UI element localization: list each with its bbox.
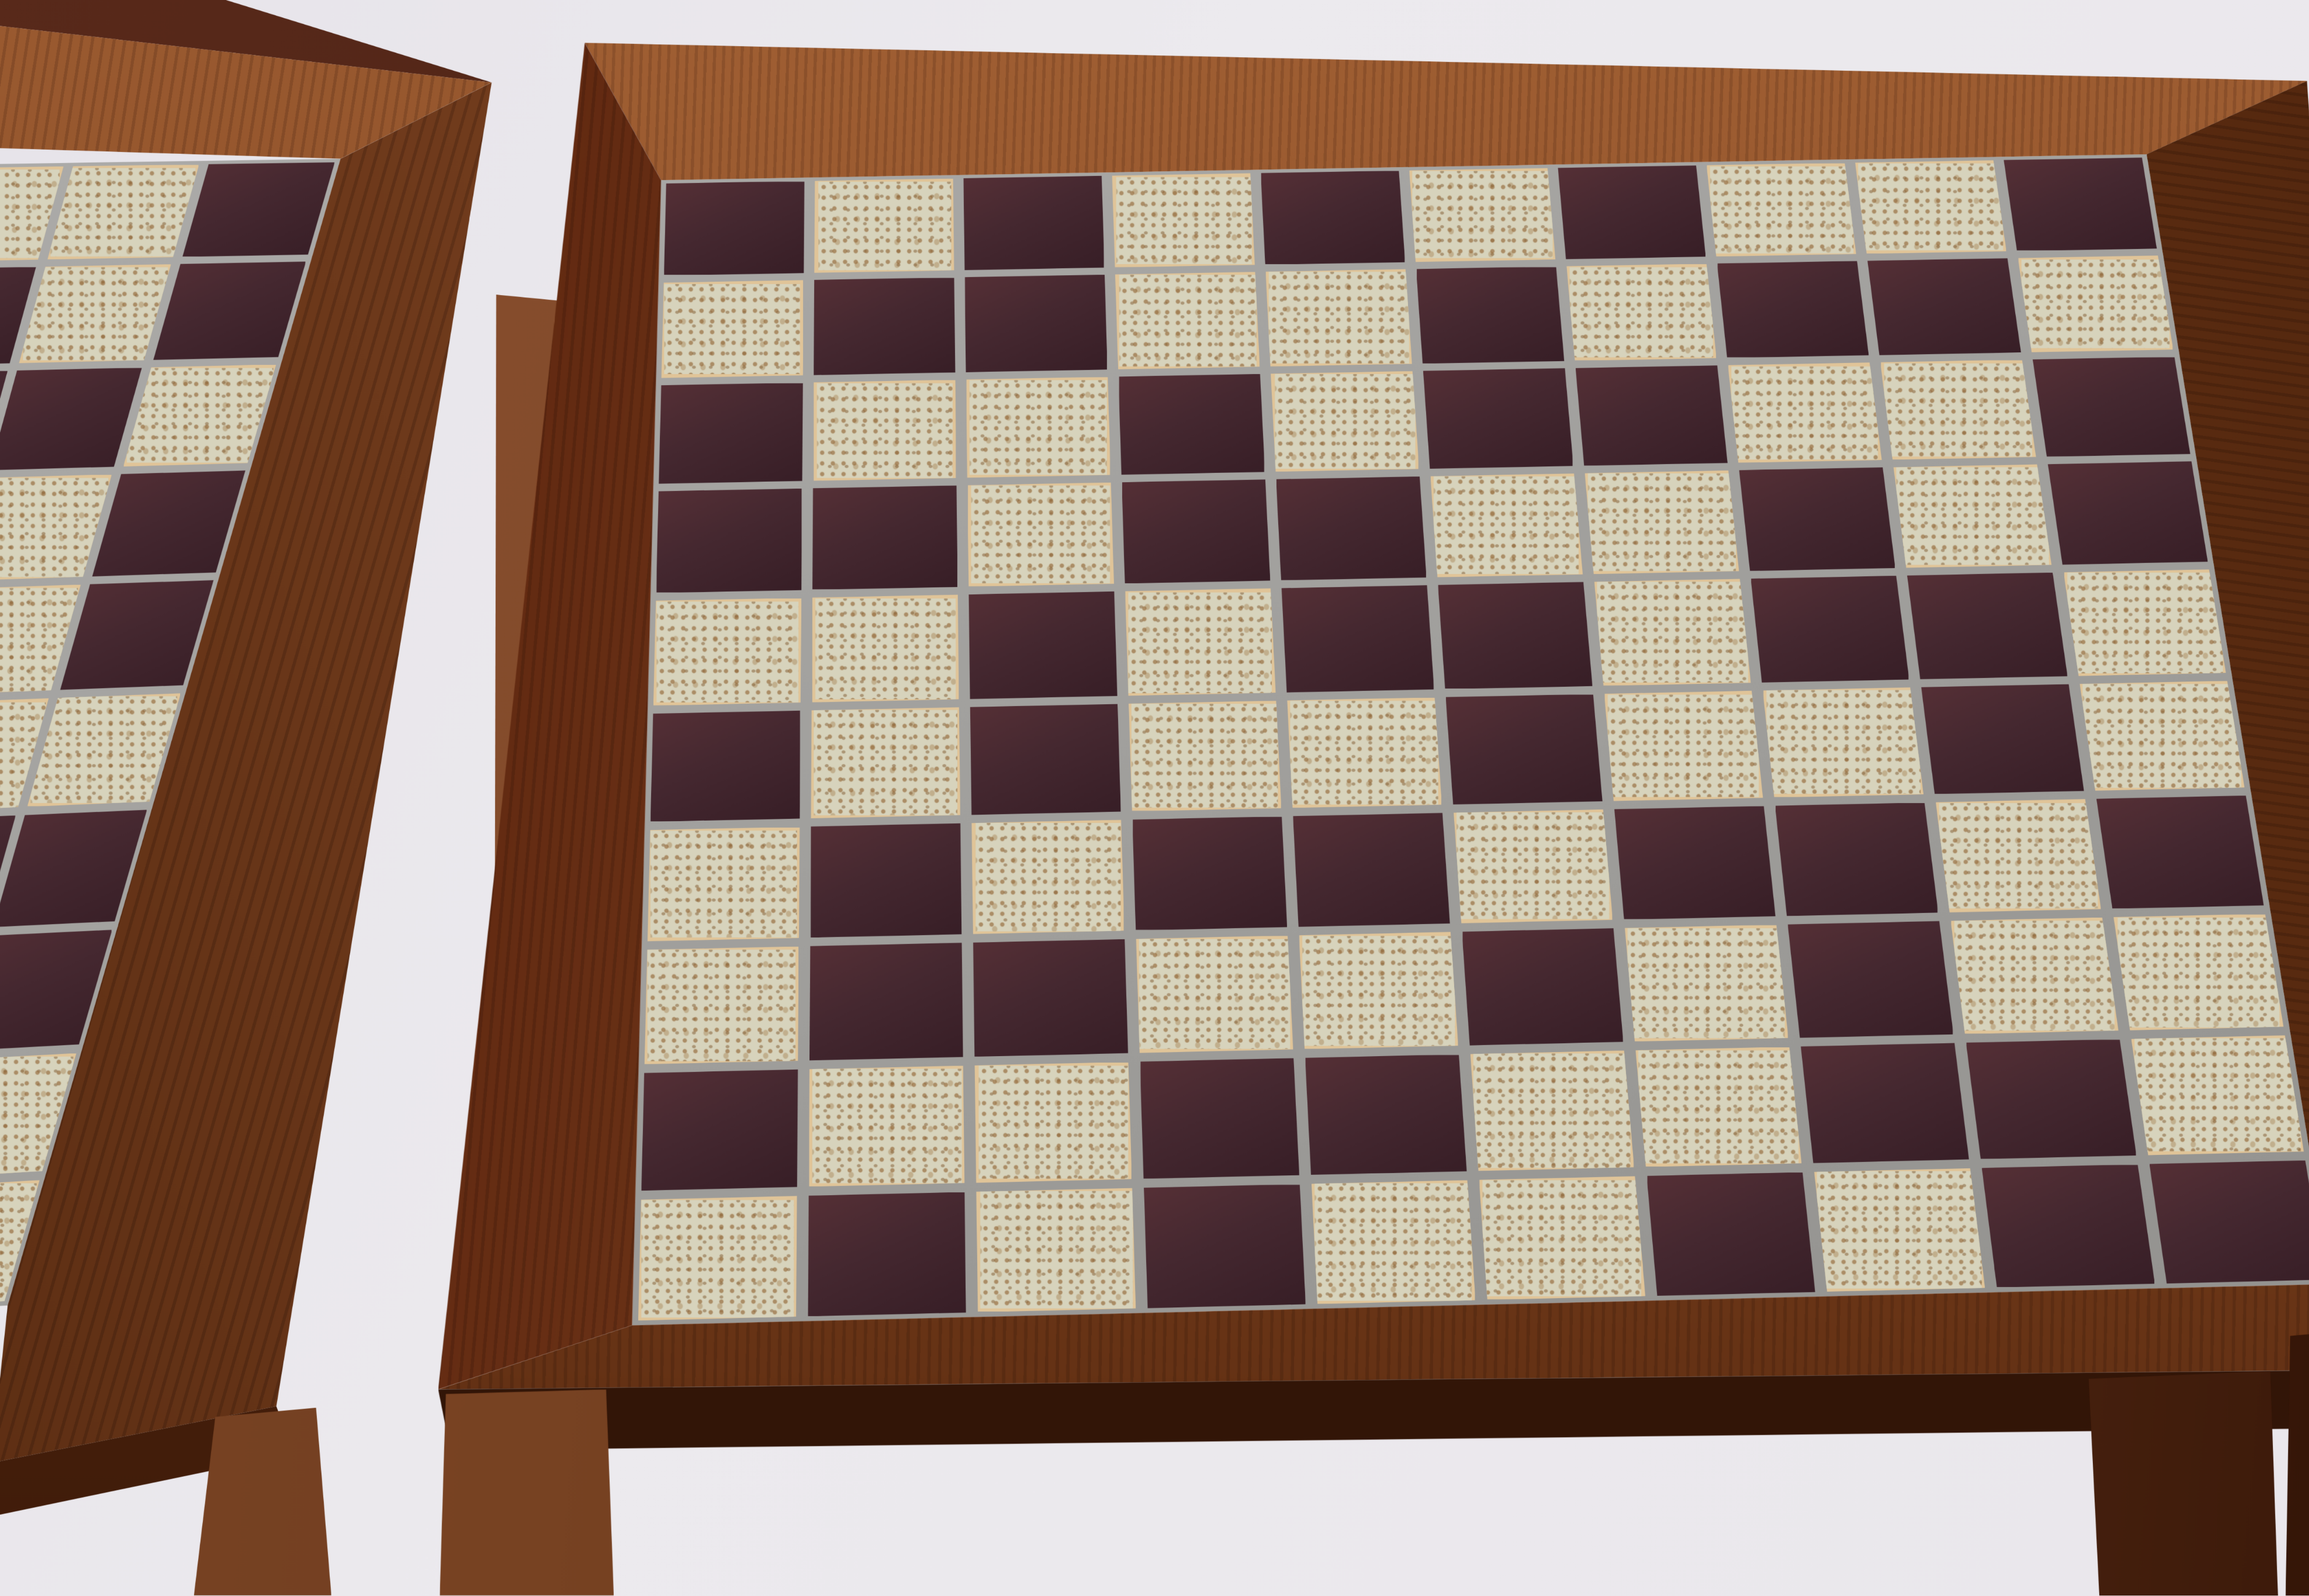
- right-table-board-tile-r10c2-dark: [808, 1192, 966, 1316]
- right-table-board-tile-r4c9-speckle-glaze: [1897, 468, 2048, 564]
- right-table-board-tile-r9c5-dark: [1305, 1054, 1467, 1175]
- right-table-board-tile-r3c1-dark: [659, 382, 803, 484]
- right-table-board-tile-r8c8-dark: [1788, 921, 1953, 1038]
- right-table-board-tile-r7c3-light: [972, 820, 1124, 934]
- right-table-board-tile-r3c3-light: [966, 377, 1111, 478]
- right-table-board-tile-r7c6-speckle-glaze: [1457, 813, 1609, 920]
- right-table-board-tile-r5c2-light: [812, 595, 959, 702]
- right-table-board-tile-r1c5-dark: [1261, 171, 1405, 265]
- right-table-board-tile-r4c5-dark: [1276, 477, 1427, 580]
- right-table-board-tile-r1c2-speckle-glaze: [817, 182, 950, 270]
- right-table-board-tile-r7c6-light: [1454, 810, 1613, 923]
- right-table-board-tile-r6c9-dark: [1921, 684, 2084, 794]
- right-table-board-tile-r9c2-light: [809, 1066, 964, 1187]
- right-table-board-tile-r3c4-dark: [1118, 374, 1265, 475]
- right-table-board-tile-r8c3-dark: [973, 939, 1128, 1057]
- right-table-board-tile-r7c3-speckle-glaze: [975, 823, 1121, 931]
- right-table-board-tile-r9c3-speckle-glaze: [978, 1065, 1129, 1179]
- right-table-board-tile-r5c1-light: [653, 598, 802, 706]
- right-table-board-tile-r6c7-speckle-glaze: [1608, 694, 1759, 798]
- right-table-board-tile-r2c1-light: [661, 280, 804, 378]
- right-table-board-tile-r5c7-speckle-glaze: [1598, 582, 1747, 683]
- right-table-board-tile-r7c8-dark: [1775, 803, 1938, 916]
- right-table-board-tile-r1c4-speckle-glaze: [1115, 176, 1251, 264]
- right-table-board-tile-r4c8-dark: [1739, 467, 1895, 571]
- right-table-board-tile-r8c1-speckle-glaze: [648, 950, 796, 1061]
- right-table-board-tile-r4c6-speckle-glaze: [1434, 477, 1579, 574]
- right-table-board-tile-r4c7-light: [1585, 471, 1739, 574]
- right-table-board-tile-r3c5-light: [1271, 371, 1419, 472]
- right-table-board-tile-r2c4-light: [1115, 272, 1260, 369]
- right-table-board-tile-r8c9-light: [1951, 918, 2118, 1034]
- right-table-board-tile-r4c2-dark: [812, 485, 958, 590]
- right-table-board-tile-r3c7-dark: [1576, 365, 1728, 465]
- right-table-board-tile-r9c6-light: [1470, 1051, 1634, 1171]
- right-table-board-tile-r10c7-dark: [1647, 1172, 1815, 1296]
- right-table-board-tile-r1c8-light: [1706, 163, 1856, 257]
- right-table-board-tile-r3c9-light: [1880, 360, 2036, 460]
- right-table-board-tile-r6c8-light: [1763, 688, 1923, 798]
- right-table-board-tile-r5c10-speckle-glaze: [2067, 573, 2223, 672]
- right-table-board-tile-r6c2-speckle-glaze: [814, 711, 957, 815]
- right-table-board-tile-r4c4-dark: [1122, 479, 1270, 583]
- right-table-board-tile-r1c1-dark: [664, 181, 804, 276]
- right-table-board-tile-r6c5-speckle-glaze: [1290, 701, 1438, 804]
- right-table-board-tile-r3c8-speckle-glaze: [1731, 366, 1879, 459]
- right-table-board-tile-r1c6-light: [1409, 168, 1555, 262]
- right-table-board-tile-r9c8-dark: [1801, 1043, 1969, 1163]
- right-table-board-tile-r1c7-dark: [1558, 165, 1706, 259]
- right-table-board-tile-r5c7-light: [1594, 579, 1751, 686]
- right-table-board-tile-r5c6-dark: [1438, 582, 1592, 689]
- right-table-board-tile-r6c4-speckle-glaze: [1132, 704, 1278, 808]
- right-table-board-tile-r2c2-dark: [814, 278, 955, 375]
- right-table-board-tile-r8c6-dark: [1462, 928, 1623, 1045]
- right-table-board-tile-r7c2-dark: [810, 823, 962, 938]
- right-table-board-tile-r9c7-speckle-glaze: [1639, 1050, 1798, 1164]
- right-table-board-tile-r1c8-speckle-glaze: [1710, 166, 1853, 253]
- right-table-board-tile-r6c5-light: [1287, 697, 1442, 808]
- right-table-board-tile-r6c1-dark: [651, 711, 801, 822]
- right-table-board-tile-r9c10-speckle-glaze: [2134, 1039, 2300, 1152]
- right-table-board-tile-r5c4-speckle-glaze: [1129, 592, 1273, 692]
- right-table-board-tile-r1c6-speckle-glaze: [1413, 171, 1552, 259]
- right-table-board-tile-r4c1-dark: [656, 489, 802, 593]
- right-table-board-tile-r9c4-dark: [1140, 1058, 1299, 1179]
- right-table-board-tile-r6c3-dark: [970, 704, 1121, 815]
- right-table-board-tile-r8c7-light: [1625, 925, 1788, 1041]
- right-table-board-tile-r8c4-light: [1136, 936, 1293, 1053]
- right-table-board-tile-r8c7-speckle-glaze: [1628, 928, 1785, 1039]
- right-table-board-tile-r4c9-light: [1893, 465, 2051, 568]
- right-table-board-tile-r1c3-dark: [963, 176, 1104, 270]
- right-table-board-tile-r3c2-speckle-glaze: [816, 383, 953, 477]
- right-table-board-tile-r1c2-light: [814, 178, 954, 272]
- right-table-board-tile-r10c8-speckle-glaze: [1818, 1172, 1982, 1288]
- right-table-board-tile-r8c10-speckle-glaze: [2117, 917, 2280, 1027]
- right-table-board-tile-r2c3-dark: [965, 275, 1107, 372]
- right-table-board-tile-r9c9-dark: [1966, 1039, 2136, 1159]
- right-table-board-tile-r8c5-speckle-glaze: [1302, 935, 1455, 1046]
- right-table-board-tile-r9c6-speckle-glaze: [1474, 1054, 1631, 1167]
- right-table-board-tile-r5c9-dark: [1907, 573, 2067, 679]
- right-table-board-tile-r7c1-speckle-glaze: [651, 830, 796, 938]
- right-table-board-tile-r2c10-light: [2018, 255, 2173, 352]
- right-table-board-tile-r6c10-light: [2080, 681, 2245, 791]
- right-table-board-tile-r10c5-light: [1312, 1180, 1475, 1304]
- right-table-board-tile-r5c1-speckle-glaze: [657, 601, 798, 702]
- right-table-board-tile-r7c9-light: [1936, 799, 2101, 912]
- photo-stage: [0, 0, 2309, 1596]
- right-table-board-tile-r7c5-dark: [1293, 813, 1450, 927]
- right-table-board-tile-r2c5-speckle-glaze: [1269, 272, 1408, 363]
- right-table-board-tile-r10c5-speckle-glaze: [1315, 1184, 1472, 1301]
- right-table-board-tile-r10c3-light: [976, 1188, 1136, 1312]
- right-table-board-tile-r9c2-speckle-glaze: [812, 1069, 961, 1184]
- right-table-board-tile-r7c7-dark: [1614, 806, 1776, 919]
- right-table-board-tile-r10c9-dark: [1982, 1164, 2155, 1288]
- right-table-board-tile-r1c9-speckle-glaze: [1858, 163, 2003, 250]
- right-table-board-tile-r2c6-dark: [1416, 266, 1564, 363]
- right-table-board-tile-r10c4-dark: [1144, 1184, 1306, 1308]
- right-table-board-tile-r10c10-dark: [2149, 1161, 2309, 1284]
- left-table-board-tile-r3c6-speckle-glaze: [127, 368, 273, 463]
- right-table-board-tile-r2c10-speckle-glaze: [2021, 259, 2170, 349]
- right-table-board-tile-r6c4-light: [1129, 701, 1281, 811]
- right-table-board-tile-r4c3-light: [967, 483, 1114, 587]
- right-table-board-tile-r1c10-dark: [2004, 157, 2157, 251]
- right-table-board-tile-r3c10-dark: [2033, 357, 2190, 456]
- right-table-board-tile-r3c8-light: [1728, 363, 1882, 463]
- right-table-board-tile-r8c2-dark: [810, 943, 963, 1060]
- left-table-board-tile-r1c5-speckle-glaze: [51, 168, 196, 256]
- right-table-board-tile-r9c7-light: [1636, 1047, 1801, 1167]
- right-table-board-tile-r8c1-light: [645, 946, 799, 1064]
- right-table-board-tile-r5c5-dark: [1281, 585, 1434, 692]
- right-table-board-tile-r2c7-light: [1566, 264, 1717, 361]
- right-table-board-tile-r10c8-light: [1814, 1168, 1985, 1292]
- right-table-board-tile-r3c3-speckle-glaze: [969, 380, 1107, 474]
- right-table-board-tile-r9c10-light: [2131, 1035, 2304, 1155]
- right-table-board-tile-r6c8-speckle-glaze: [1766, 691, 1920, 794]
- right-table-board-tile-r2c1-speckle-glaze: [665, 284, 800, 375]
- right-table-board-tile-r4c3-speckle-glaze: [971, 486, 1111, 583]
- right-table-board-tile-r1c4-light: [1112, 173, 1255, 267]
- right-table-board-tile-r10c1-speckle-glaze: [641, 1199, 793, 1317]
- right-table-board-tile-r10c1-light: [638, 1196, 797, 1321]
- right-table-board-tile-r6c10-speckle-glaze: [2083, 684, 2241, 787]
- right-table-board-tile-r4c10-dark: [2048, 461, 2208, 565]
- right-table-board-tile-r2c4-speckle-glaze: [1118, 275, 1257, 366]
- right-table-board-tile-r5c3-dark: [969, 592, 1118, 699]
- right-table-board-tile-r7c1-light: [647, 827, 800, 941]
- right-table-board-tile-r6c6-dark: [1446, 694, 1602, 804]
- right-table-board-tile-r6c7-light: [1604, 691, 1763, 801]
- right-table-board-tile-r5c8-dark: [1751, 576, 1909, 683]
- right-table-board-tile-r4c7-speckle-glaze: [1588, 474, 1735, 571]
- right-table-board-tile-r8c10-light: [2114, 914, 2284, 1030]
- right-table-board-tile-r2c8-dark: [1717, 261, 1868, 358]
- right-table-board-tile-r3c2-light: [813, 380, 957, 481]
- left-table-board-tile-r2c5-speckle-glaze: [22, 267, 168, 360]
- right-table-board-tile-r8c5-light: [1299, 932, 1458, 1049]
- right-table-board-tile-r6c2-light: [811, 707, 960, 818]
- right-table-board-tile-r2c5-light: [1266, 269, 1412, 367]
- right-table-board-tile-r5c2-speckle-glaze: [815, 598, 955, 699]
- right-table-board-tile-r5c10-light: [2064, 569, 2226, 676]
- right-table-board-tile-r3c9-speckle-glaze: [1884, 363, 2033, 456]
- right-table-board-tile-r10c6-speckle-glaze: [1482, 1179, 1642, 1296]
- right-table-board-tile-r9c3-light: [975, 1062, 1132, 1183]
- right-table-board-tile-r2c9-dark: [1868, 258, 2021, 355]
- right-table-board-tile-r5c4-light: [1125, 588, 1275, 696]
- right-table-board-tile-r1c9-light: [1855, 160, 2007, 254]
- right-table-board-tile-r2c7-speckle-glaze: [1570, 267, 1713, 357]
- right-table-board-tile-r9c1-dark: [641, 1070, 798, 1191]
- right-table-board-tile-r7c4-dark: [1132, 816, 1287, 931]
- right-table-board-tile-r7c10-dark: [2097, 796, 2264, 909]
- right-table-board-tile-r3c6-dark: [1423, 368, 1573, 469]
- right-table-board-tile-r8c9-speckle-glaze: [1954, 921, 2115, 1031]
- right-table-board-tile-r3c5-speckle-glaze: [1274, 375, 1416, 468]
- right-table-board-tile-r10c6-light: [1479, 1176, 1645, 1300]
- right-table-board-tile-r10c3-speckle-glaze: [979, 1191, 1132, 1309]
- right-table-board-tile-r8c4-speckle-glaze: [1139, 939, 1290, 1050]
- right-table-board-tile-r7c9-speckle-glaze: [1939, 803, 2097, 909]
- right-table-board-tile-r4c6-light: [1430, 473, 1583, 577]
